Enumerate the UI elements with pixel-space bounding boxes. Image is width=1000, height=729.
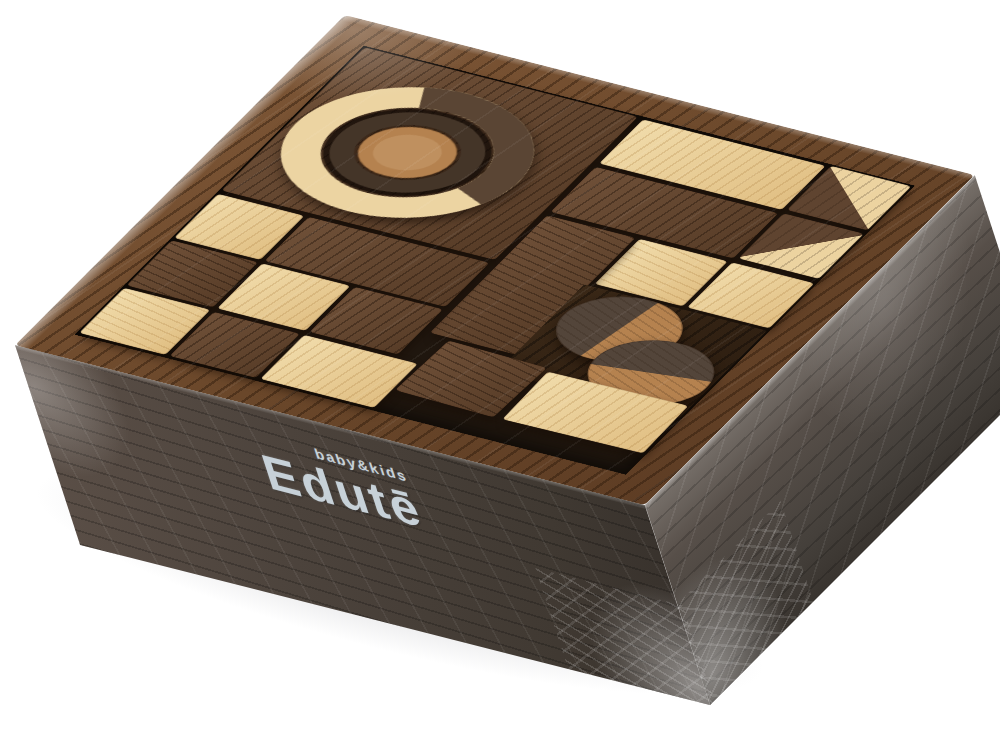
product-photo-wooden-blocks: baby&kids Edutē — [0, 0, 1000, 729]
